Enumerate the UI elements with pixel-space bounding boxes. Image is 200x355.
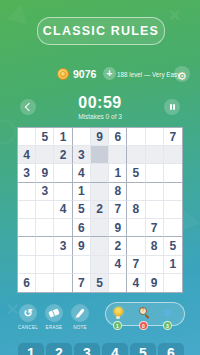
sudoku-cell-r2c7[interactable] [127,146,145,164]
sudoku-cell-r5c4[interactable]: 5 [73,201,91,219]
sudoku-cell-r8c7[interactable]: 7 [127,256,145,274]
hint-bulb-button[interactable] [111,306,125,320]
hint-burst-button[interactable]: ❄ [161,306,175,320]
sudoku-cell-r7c6[interactable]: 2 [109,237,127,255]
settings-button[interactable]: ⚙ [174,66,190,82]
sudoku-cell-r7c8[interactable]: 8 [146,237,164,255]
sudoku-cell-r9c1[interactable]: 6 [18,274,36,292]
sudoku-cell-r7c7[interactable] [127,237,145,255]
sudoku-cell-r6c7[interactable] [127,219,145,237]
sudoku-cell-r1c5[interactable]: 9 [91,128,109,146]
sudoku-cell-r1c7[interactable] [127,128,145,146]
sudoku-cell-r3c3[interactable] [54,164,72,182]
sudoku-cell-r5c5[interactable]: 2 [91,201,109,219]
sudoku-cell-r2c5[interactable] [91,146,109,164]
background-x-pattern: ✕ [168,6,181,25]
sudoku-cell-r8c3[interactable] [54,256,72,274]
sudoku-cell-r2c1[interactable]: 4 [18,146,36,164]
pause-button[interactable] [164,99,180,115]
sudoku-board: 5196742339415318452786973928547167549 [17,127,183,293]
add-coins-button[interactable]: + [103,67,116,80]
sudoku-cell-r6c8[interactable]: 7 [146,219,164,237]
sudoku-cell-r9c3[interactable] [54,274,72,292]
sudoku-cell-r5c8[interactable] [146,201,164,219]
lightbulb-icon [114,307,123,316]
pause-icon [170,104,172,110]
sudoku-cell-r3c9[interactable] [164,164,182,182]
sudoku-cell-r3c6[interactable]: 1 [109,164,127,182]
sudoku-cell-r6c2[interactable] [36,219,54,237]
background-triangle-pattern [6,2,32,25]
sudoku-cell-r8c8[interactable] [146,256,164,274]
sudoku-cell-r4c1[interactable] [18,183,36,201]
sudoku-cell-r1c1[interactable] [18,128,36,146]
sudoku-cell-r4c4[interactable]: 1 [73,183,91,201]
sudoku-cell-r2c2[interactable] [36,146,54,164]
sudoku-cell-r4c8[interactable] [146,183,164,201]
sudoku-cell-r5c9[interactable] [164,201,182,219]
sudoku-cell-r5c3[interactable]: 4 [54,201,72,219]
sudoku-cell-r3c5[interactable] [91,164,109,182]
sudoku-cell-r5c7[interactable]: 8 [127,201,145,219]
sudoku-cell-r6c4[interactable]: 6 [73,219,91,237]
sudoku-cell-r9c4[interactable]: 7 [73,274,91,292]
sudoku-cell-r1c4[interactable] [73,128,91,146]
pause-icon [173,104,175,110]
sudoku-cell-r6c1[interactable] [18,219,36,237]
sudoku-cell-r7c1[interactable] [18,237,36,255]
sudoku-cell-r9c6[interactable] [109,274,127,292]
coin-icon [57,68,69,80]
sudoku-cell-r4c2[interactable]: 3 [36,183,54,201]
sudoku-cell-r2c3[interactable]: 2 [54,146,72,164]
magnifier-handle [144,314,149,319]
sudoku-cell-r3c4[interactable]: 4 [73,164,91,182]
sudoku-cell-r1c2[interactable]: 5 [36,128,54,146]
pencil-icon [76,308,85,317]
sudoku-cell-r9c8[interactable]: 9 [146,274,164,292]
sudoku-cell-r9c5[interactable]: 5 [91,274,109,292]
hint-count-badge: 1 [113,321,122,330]
sudoku-cell-r8c6[interactable]: 4 [109,256,127,274]
hint-count-badge: 0 [139,321,148,330]
sudoku-cell-r6c3[interactable] [54,219,72,237]
sudoku-cell-r7c3[interactable]: 3 [54,237,72,255]
banner-title: CLASSIC RULES [43,24,159,38]
sudoku-cell-r4c7[interactable] [127,183,145,201]
sudoku-cell-r2c6[interactable] [109,146,127,164]
sudoku-cell-r3c7[interactable]: 5 [127,164,145,182]
numpad-key-2[interactable]: 2 [46,343,72,355]
hint-search-button[interactable]: ? [137,306,151,320]
erase-button[interactable] [45,304,63,322]
lightbulb-base [116,316,120,319]
sudoku-cell-r3c2[interactable]: 9 [36,164,54,182]
numpad-key-4[interactable]: 4 [102,343,128,355]
eraser-icon [48,308,60,317]
sudoku-cell-r8c2[interactable] [36,256,54,274]
numpad-key-3[interactable]: 3 [74,343,100,355]
sudoku-cell-r4c5[interactable] [91,183,109,201]
sudoku-cell-r9c7[interactable]: 4 [127,274,145,292]
sudoku-cell-r7c9[interactable]: 5 [164,237,182,255]
sudoku-cell-r1c6[interactable]: 6 [109,128,127,146]
sudoku-cell-r7c4[interactable]: 9 [73,237,91,255]
hint-count-badge: 3 [163,321,172,330]
sudoku-cell-r9c2[interactable] [36,274,54,292]
sudoku-cell-r3c1[interactable]: 3 [18,164,36,182]
sudoku-cell-r8c1[interactable] [18,256,36,274]
sudoku-cell-r3c8[interactable] [146,164,164,182]
sudoku-app-screen: ✕ ✕ CLASSIC RULES 9076 + 188 level — Ver… [0,0,200,355]
sudoku-cell-r8c9[interactable]: 1 [164,256,182,274]
background-ring-pattern [0,120,16,144]
sudoku-cell-r8c5[interactable] [91,256,109,274]
level-label: 188 level — Very Easy [117,71,173,78]
sudoku-cell-r1c9[interactable]: 7 [164,128,182,146]
numpad-key-1[interactable]: 1 [18,343,44,355]
sudoku-cell-r4c6[interactable]: 8 [109,183,127,201]
coin-balance: 9076 [73,68,96,80]
note-label: NOTE [64,325,96,330]
sudoku-cell-r6c5[interactable] [91,219,109,237]
note-button[interactable] [71,304,89,322]
sudoku-cell-r7c2[interactable] [36,237,54,255]
sudoku-cell-r9c9[interactable] [164,274,182,292]
numpad-key-5[interactable]: 5 [130,343,156,355]
sudoku-cell-r2c8[interactable] [146,146,164,164]
sudoku-cell-r5c1[interactable] [18,201,36,219]
sudoku-cell-r6c6[interactable]: 9 [109,219,127,237]
background-x-pattern: ✕ [6,300,19,319]
sudoku-cell-r4c3[interactable] [54,183,72,201]
gear-icon: ⚙ [177,70,187,82]
undo-icon: ↺ [19,304,37,322]
sudoku-cell-r8c4[interactable] [73,256,91,274]
sudoku-cell-r4c9[interactable] [164,183,182,201]
sudoku-cell-r2c4[interactable]: 3 [73,146,91,164]
classic-rules-banner: CLASSIC RULES [37,17,165,45]
sudoku-cell-r5c2[interactable] [36,201,54,219]
sudoku-cell-r6c9[interactable] [164,219,182,237]
sudoku-cell-r1c3[interactable]: 1 [54,128,72,146]
sudoku-cell-r7c5[interactable] [91,237,109,255]
numpad-key-6[interactable]: 6 [158,343,184,355]
undo-button[interactable]: ↺ [19,304,37,322]
sudoku-cell-r1c8[interactable] [146,128,164,146]
sudoku-cell-r2c9[interactable] [164,146,182,164]
sudoku-cell-r5c6[interactable]: 7 [109,201,127,219]
